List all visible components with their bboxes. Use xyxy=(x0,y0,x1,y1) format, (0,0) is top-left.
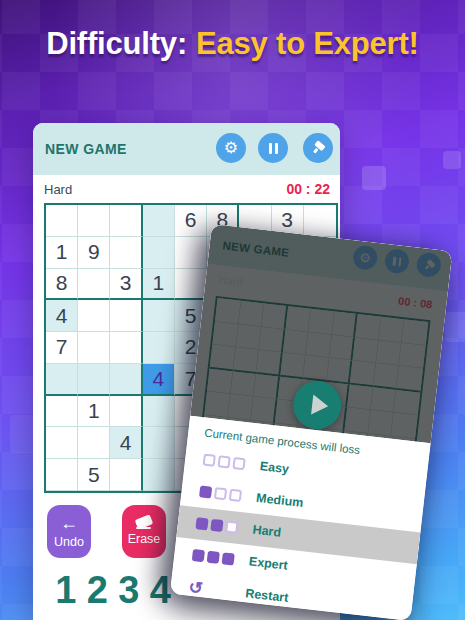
sudoku-cell-r1c5[interactable]: 6 xyxy=(175,205,207,237)
back-phone-subheader: Hard 00 : 22 xyxy=(33,175,340,203)
sudoku-cell-r5c2[interactable] xyxy=(78,332,110,364)
sudoku-cell-r4c1[interactable]: 4 xyxy=(46,300,78,332)
background-accent-square xyxy=(362,166,386,190)
difficulty-option-label: Easy xyxy=(259,459,290,476)
sudoku-cell-r7c1[interactable] xyxy=(46,396,78,428)
sudoku-cell-r9c4[interactable] xyxy=(143,459,175,491)
numpad-digit-3[interactable]: 3 xyxy=(113,569,145,612)
sudoku-cell-r8c1[interactable] xyxy=(46,427,78,459)
sudoku-cell-r9c1[interactable] xyxy=(46,459,78,491)
sudoku-cell-r6c3[interactable] xyxy=(110,364,142,396)
sudoku-cell-r2c2[interactable]: 9 xyxy=(78,237,110,269)
sudoku-cell-r6c2[interactable] xyxy=(78,364,110,396)
difficulty-dialog: Current game process will loss EasyMediu… xyxy=(170,416,431,620)
sudoku-cell-r7c4[interactable] xyxy=(143,396,175,428)
sudoku-cell-r4c3[interactable] xyxy=(110,300,142,332)
difficulty-level-icon xyxy=(192,549,238,566)
sudoku-cell-r3c3[interactable]: 3 xyxy=(110,269,142,301)
sudoku-cell-r9c3[interactable] xyxy=(110,459,142,491)
sudoku-cell-r3c4[interactable]: 1 xyxy=(143,269,175,301)
theme-brush-icon[interactable] xyxy=(303,133,333,163)
difficulty-option-label: Hard xyxy=(252,523,282,540)
undo-button[interactable]: ← Undo xyxy=(47,505,91,558)
sudoku-cell-r2c3[interactable] xyxy=(110,237,142,269)
numpad-digit-2[interactable]: 2 xyxy=(82,569,114,612)
difficulty-level-icon xyxy=(195,517,241,534)
background-accent-square xyxy=(445,312,465,342)
sudoku-cell-r8c4[interactable] xyxy=(143,427,175,459)
banner-title: Difficulty:Easy to Expert! xyxy=(0,26,465,62)
undo-label: Undo xyxy=(54,535,84,549)
difficulty-level-icon xyxy=(199,485,245,502)
game-timer: 00 : 22 xyxy=(286,181,330,197)
sudoku-cell-r4c4[interactable] xyxy=(143,300,175,332)
sudoku-cell-r1c1[interactable] xyxy=(46,205,78,237)
sudoku-cell-r7c2[interactable]: 1 xyxy=(78,396,110,428)
banner-prefix: Difficulty: xyxy=(46,26,187,61)
sudoku-cell-r3c1[interactable]: 8 xyxy=(46,269,78,301)
sudoku-cell-r1c2[interactable] xyxy=(78,205,110,237)
difficulty-label: Hard xyxy=(44,182,72,197)
sudoku-cell-r9c2[interactable]: 5 xyxy=(78,459,110,491)
sudoku-cell-r3c5[interactable] xyxy=(175,269,207,301)
numpad-digit-1[interactable]: 1 xyxy=(50,569,82,612)
sudoku-cell-r2c4[interactable] xyxy=(143,237,175,269)
sudoku-cell-r2c5[interactable] xyxy=(175,237,207,269)
background-accent-square xyxy=(443,151,461,169)
sudoku-cell-r1c3[interactable] xyxy=(110,205,142,237)
play-icon xyxy=(311,395,329,417)
sudoku-cell-r6c1[interactable] xyxy=(46,364,78,396)
promo-screenshot: Difficulty:Easy to Expert! NEW GAME ⚙ Ha… xyxy=(0,0,465,620)
sudoku-cell-r5c1[interactable]: 7 xyxy=(46,332,78,364)
sudoku-cell-r5c4[interactable] xyxy=(143,332,175,364)
eraser-icon xyxy=(136,517,152,529)
page-title: NEW GAME xyxy=(45,141,127,157)
back-phone-header: NEW GAME ⚙ xyxy=(33,123,340,175)
sudoku-cell-r1c4[interactable] xyxy=(143,205,175,237)
difficulty-level-icon xyxy=(203,454,249,471)
settings-icon[interactable]: ⚙ xyxy=(216,133,246,163)
banner-highlight: Easy to Expert! xyxy=(196,26,419,61)
sudoku-cell-r8c2[interactable] xyxy=(78,427,110,459)
sudoku-cell-r6c4[interactable]: 4 xyxy=(143,364,175,396)
sudoku-cell-r2c1[interactable]: 1 xyxy=(46,237,78,269)
restart-label: Restart xyxy=(245,586,289,605)
sudoku-cell-r8c3[interactable]: 4 xyxy=(110,427,142,459)
front-phone: NEW GAME ⚙ Hard 00 : 08 Current game pro… xyxy=(170,224,453,620)
pause-icon[interactable] xyxy=(258,133,288,163)
sudoku-cell-r7c3[interactable] xyxy=(110,396,142,428)
erase-label: Erase xyxy=(128,532,161,546)
sudoku-cell-r1c9[interactable] xyxy=(304,205,336,237)
sudoku-cell-r4c2[interactable] xyxy=(78,300,110,332)
number-pad: 1234 xyxy=(50,569,176,612)
sudoku-cell-r3c2[interactable] xyxy=(78,269,110,301)
undo-arrow-icon: ← xyxy=(60,514,78,532)
erase-button[interactable]: Erase xyxy=(122,505,166,558)
difficulty-option-label: Medium xyxy=(256,491,305,510)
difficulty-option-label: Expert xyxy=(248,554,288,572)
sudoku-cell-r5c3[interactable] xyxy=(110,332,142,364)
